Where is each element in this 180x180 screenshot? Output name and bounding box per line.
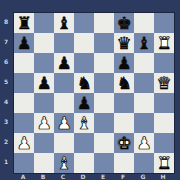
rank-label-7: 7: [0, 32, 12, 52]
piece-white-pawn[interactable]: ♟: [56, 113, 71, 133]
piece-white-rook[interactable]: ♜: [156, 153, 171, 173]
square-d6[interactable]: [74, 53, 94, 73]
square-b7[interactable]: [34, 33, 54, 53]
square-h2[interactable]: [154, 133, 174, 153]
rank-label-8: 8: [0, 12, 12, 32]
square-d8[interactable]: [74, 13, 94, 33]
piece-black-pawn[interactable]: ♟: [36, 73, 51, 93]
square-c8[interactable]: ♝: [54, 13, 74, 33]
square-f5[interactable]: ♞: [114, 73, 134, 93]
square-h7[interactable]: ♜: [154, 33, 174, 53]
piece-black-bishop[interactable]: ♝: [136, 33, 151, 53]
square-d1[interactable]: [74, 153, 94, 173]
square-f4[interactable]: [114, 93, 134, 113]
square-c1[interactable]: ♝: [54, 153, 74, 173]
piece-black-queen[interactable]: ♛: [116, 33, 131, 53]
file-label-d: D: [73, 173, 93, 180]
rank-label-4: 4: [0, 92, 12, 112]
square-e5[interactable]: [94, 73, 114, 93]
square-d2[interactable]: [74, 133, 94, 153]
piece-black-knight[interactable]: ♞: [76, 73, 91, 93]
square-g6[interactable]: [134, 53, 154, 73]
square-g3[interactable]: [134, 113, 154, 133]
square-a4[interactable]: [14, 93, 34, 113]
square-b4[interactable]: [34, 93, 54, 113]
square-h8[interactable]: [154, 13, 174, 33]
square-g5[interactable]: [134, 73, 154, 93]
square-g8[interactable]: [134, 13, 154, 33]
square-f7[interactable]: ♛: [114, 33, 134, 53]
piece-white-rook[interactable]: ♜: [156, 33, 171, 53]
square-g7[interactable]: ♝: [134, 33, 154, 53]
square-e7[interactable]: [94, 33, 114, 53]
square-c2[interactable]: [54, 133, 74, 153]
square-a5[interactable]: [14, 73, 34, 93]
square-h6[interactable]: [154, 53, 174, 73]
piece-white-pawn[interactable]: ♟: [36, 113, 51, 133]
file-label-f: F: [113, 173, 133, 180]
rank-label-6: 6: [0, 52, 12, 72]
piece-white-queen[interactable]: ♛: [156, 73, 171, 93]
file-label-h: H: [153, 173, 173, 180]
file-label-c: C: [53, 173, 73, 180]
file-label-g: G: [133, 173, 153, 180]
square-b6[interactable]: [34, 53, 54, 73]
square-f6[interactable]: ♟: [114, 53, 134, 73]
square-d7[interactable]: [74, 33, 94, 53]
square-e1[interactable]: [94, 153, 114, 173]
file-label-e: E: [93, 173, 113, 180]
piece-white-pawn[interactable]: ♟: [136, 133, 151, 153]
square-e4[interactable]: [94, 93, 114, 113]
square-c6[interactable]: ♟: [54, 53, 74, 73]
rank-label-1: 1: [0, 152, 12, 172]
piece-black-pawn[interactable]: ♟: [116, 53, 131, 73]
piece-black-knight[interactable]: ♞: [116, 73, 131, 93]
square-f3[interactable]: [114, 113, 134, 133]
piece-black-bishop[interactable]: ♝: [56, 13, 71, 33]
square-f2[interactable]: ♚: [114, 133, 134, 153]
piece-black-rook[interactable]: ♜: [16, 13, 31, 33]
square-b3[interactable]: ♟: [34, 113, 54, 133]
square-e8[interactable]: [94, 13, 114, 33]
square-h4[interactable]: [154, 93, 174, 113]
chess-diagram: 87654321 ♜♝♚♟♛♝♜♟♟♟♞♞♛♟♟♟♝♟♚♟♝♜ ABCDEFGH: [0, 0, 180, 180]
square-a7[interactable]: ♟: [14, 33, 34, 53]
square-e6[interactable]: [94, 53, 114, 73]
square-a6[interactable]: [14, 53, 34, 73]
square-d5[interactable]: ♞: [74, 73, 94, 93]
square-g4[interactable]: [134, 93, 154, 113]
square-h5[interactable]: ♛: [154, 73, 174, 93]
piece-white-pawn[interactable]: ♟: [16, 133, 31, 153]
square-h1[interactable]: ♜: [154, 153, 174, 173]
square-e3[interactable]: [94, 113, 114, 133]
square-a3[interactable]: [14, 113, 34, 133]
square-a1[interactable]: [14, 153, 34, 173]
piece-black-king[interactable]: ♚: [116, 13, 131, 33]
piece-white-king[interactable]: ♚: [116, 133, 131, 153]
piece-white-bishop[interactable]: ♝: [76, 113, 91, 133]
square-d3[interactable]: ♝: [74, 113, 94, 133]
rank-label-3: 3: [0, 112, 12, 132]
square-b8[interactable]: [34, 13, 54, 33]
square-f1[interactable]: [114, 153, 134, 173]
piece-black-pawn[interactable]: ♟: [16, 33, 31, 53]
square-b2[interactable]: [34, 133, 54, 153]
rank-label-5: 5: [0, 72, 12, 92]
square-d4[interactable]: ♟: [74, 93, 94, 113]
chess-board: ♜♝♚♟♛♝♜♟♟♟♞♞♛♟♟♟♝♟♚♟♝♜: [13, 12, 175, 174]
square-b5[interactable]: ♟: [34, 73, 54, 93]
piece-black-pawn[interactable]: ♟: [76, 93, 91, 113]
piece-white-bishop[interactable]: ♝: [56, 153, 71, 173]
square-h3[interactable]: [154, 113, 174, 133]
square-b1[interactable]: [34, 153, 54, 173]
file-label-b: B: [33, 173, 53, 180]
square-c7[interactable]: [54, 33, 74, 53]
square-c3[interactable]: ♟: [54, 113, 74, 133]
rank-label-2: 2: [0, 132, 12, 152]
square-a2[interactable]: ♟: [14, 133, 34, 153]
square-c4[interactable]: [54, 93, 74, 113]
square-f8[interactable]: ♚: [114, 13, 134, 33]
piece-black-pawn[interactable]: ♟: [56, 53, 71, 73]
file-label-a: A: [13, 173, 33, 180]
square-g1[interactable]: [134, 153, 154, 173]
square-e2[interactable]: [94, 133, 114, 153]
square-c5[interactable]: [54, 73, 74, 93]
square-g2[interactable]: ♟: [134, 133, 154, 153]
square-a8[interactable]: ♜: [14, 13, 34, 33]
